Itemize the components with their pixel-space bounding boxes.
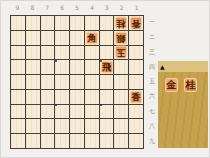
rank-label-3: 三 bbox=[147, 45, 157, 60]
board-cell-8六[interactable] bbox=[26, 90, 40, 104]
board-cell-2三[interactable]: 玉 bbox=[114, 46, 128, 60]
board-cell-5四[interactable] bbox=[70, 60, 84, 74]
board-cell-7三[interactable] bbox=[41, 46, 55, 60]
board-cell-1八[interactable] bbox=[129, 119, 143, 133]
board-cell-2六[interactable] bbox=[114, 90, 128, 104]
sente-turn-marker-icon: ▲ bbox=[160, 63, 165, 70]
hand-piece-2[interactable]: 桂 bbox=[184, 78, 197, 92]
hand-stand-top-band: ▲ bbox=[158, 61, 208, 72]
board-cell-2一[interactable]: 桂 bbox=[114, 16, 128, 30]
board-cell-3四[interactable]: 飛 bbox=[100, 60, 114, 74]
board-cell-1一[interactable]: 香 bbox=[129, 16, 143, 30]
file-label-4: 4 bbox=[84, 3, 99, 13]
board-cell-4八[interactable] bbox=[85, 119, 99, 133]
board-cell-9九[interactable] bbox=[11, 134, 25, 148]
board-cell-5二[interactable] bbox=[70, 31, 84, 45]
board-cell-9二[interactable] bbox=[11, 31, 25, 45]
board-cell-9六[interactable] bbox=[11, 90, 25, 104]
board-cell-9五[interactable] bbox=[11, 75, 25, 89]
file-label-6: 6 bbox=[55, 3, 70, 13]
board-cell-4三[interactable] bbox=[85, 46, 99, 60]
board-cell-1九[interactable] bbox=[129, 134, 143, 148]
board-cell-6五[interactable] bbox=[55, 75, 69, 89]
board-cell-1二[interactable] bbox=[129, 31, 143, 45]
board-cell-6四[interactable] bbox=[55, 60, 69, 74]
shogi-piece-gote[interactable]: 玉 bbox=[115, 46, 127, 59]
board-cell-7五[interactable] bbox=[41, 75, 55, 89]
board-cell-9四[interactable] bbox=[11, 60, 25, 74]
board-cell-7二[interactable] bbox=[41, 31, 55, 45]
board-cell-8二[interactable] bbox=[26, 31, 40, 45]
board-cell-9一[interactable] bbox=[11, 16, 25, 30]
board-cell-7七[interactable] bbox=[41, 105, 55, 119]
rank-labels: 一二三四五六七八九 bbox=[147, 15, 157, 149]
board-cell-4五[interactable] bbox=[85, 75, 99, 89]
board-cell-4四[interactable] bbox=[85, 60, 99, 74]
board-cell-7六[interactable] bbox=[41, 90, 55, 104]
hoshi-dot bbox=[55, 60, 57, 62]
file-label-7: 7 bbox=[40, 3, 55, 13]
board-cell-6九[interactable] bbox=[55, 134, 69, 148]
board-cell-6八[interactable] bbox=[55, 119, 69, 133]
board-cell-1四[interactable] bbox=[129, 60, 143, 74]
shogi-piece-sente[interactable]: 香 bbox=[130, 90, 142, 103]
board-cell-4一[interactable] bbox=[85, 16, 99, 30]
rank-label-4: 四 bbox=[147, 60, 157, 75]
board-cell-8八[interactable] bbox=[26, 119, 40, 133]
hoshi-dot bbox=[100, 60, 102, 62]
board-cell-3五[interactable] bbox=[100, 75, 114, 89]
board-cell-8四[interactable] bbox=[26, 60, 40, 74]
file-label-1: 1 bbox=[129, 3, 144, 13]
board-cell-6七[interactable] bbox=[55, 105, 69, 119]
board-cell-8五[interactable] bbox=[26, 75, 40, 89]
board-cell-9三[interactable] bbox=[11, 46, 25, 60]
board-cell-2九[interactable] bbox=[114, 134, 128, 148]
board-cell-2七[interactable] bbox=[114, 105, 128, 119]
rank-label-1: 一 bbox=[147, 15, 157, 30]
board-cell-4六[interactable] bbox=[85, 90, 99, 104]
board-cell-7九[interactable] bbox=[41, 134, 55, 148]
board-cell-7一[interactable] bbox=[41, 16, 55, 30]
rank-label-5: 五 bbox=[147, 75, 157, 90]
board-cell-8三[interactable] bbox=[26, 46, 40, 60]
file-labels: 987654321 bbox=[10, 3, 144, 13]
file-label-8: 8 bbox=[25, 3, 40, 13]
board-cell-6一[interactable] bbox=[55, 16, 69, 30]
board-cell-6三[interactable] bbox=[55, 46, 69, 60]
board-cell-4九[interactable] bbox=[85, 134, 99, 148]
board-cell-5五[interactable] bbox=[70, 75, 84, 89]
tsume-shogi-app: 987654321 桂香角銀玉飛香 一二三四五六七八九 ▲ 金桂 bbox=[0, 0, 210, 158]
hoshi-dot bbox=[55, 104, 57, 106]
board-cell-8九[interactable] bbox=[26, 134, 40, 148]
board-cell-3九[interactable] bbox=[100, 134, 114, 148]
file-label-5: 5 bbox=[70, 3, 85, 13]
board-cell-8一[interactable] bbox=[26, 16, 40, 30]
board-cell-2五[interactable] bbox=[114, 75, 128, 89]
rank-label-9: 九 bbox=[147, 134, 157, 149]
shogi-piece-gote[interactable]: 香 bbox=[130, 16, 142, 29]
board-cell-4二[interactable]: 角 bbox=[85, 31, 99, 45]
board-cell-7四[interactable] bbox=[41, 60, 55, 74]
board-cell-7八[interactable] bbox=[41, 119, 55, 133]
board-cell-1六[interactable]: 香 bbox=[129, 90, 143, 104]
board-cell-5八[interactable] bbox=[70, 119, 84, 133]
board-cell-3二[interactable] bbox=[100, 31, 114, 45]
board-cell-5一[interactable] bbox=[70, 16, 84, 30]
board-cell-6二[interactable] bbox=[55, 31, 69, 45]
board-cell-3六[interactable] bbox=[100, 90, 114, 104]
board-cell-2八[interactable] bbox=[114, 119, 128, 133]
board-cell-5九[interactable] bbox=[70, 134, 84, 148]
file-label-9: 9 bbox=[10, 3, 25, 13]
rank-label-2: 二 bbox=[147, 30, 157, 45]
shogi-piece-sente[interactable]: 角 bbox=[86, 31, 98, 44]
board-cell-3八[interactable] bbox=[100, 119, 114, 133]
board-cell-6六[interactable] bbox=[55, 90, 69, 104]
rank-label-6: 六 bbox=[147, 89, 157, 104]
board-cell-4七[interactable] bbox=[85, 105, 99, 119]
board-cell-1七[interactable] bbox=[129, 105, 143, 119]
sente-hand-stand: ▲ 金桂 bbox=[158, 61, 208, 148]
board-cell-8七[interactable] bbox=[26, 105, 40, 119]
hand-piece-1[interactable]: 金 bbox=[165, 78, 178, 92]
board-cell-9八[interactable] bbox=[11, 119, 25, 133]
shogi-piece-sente[interactable]: 飛 bbox=[101, 61, 113, 74]
rank-label-7: 七 bbox=[147, 104, 157, 119]
board-cell-5三[interactable] bbox=[70, 46, 84, 60]
board-cell-9七[interactable] bbox=[11, 105, 25, 119]
shogi-piece-gote[interactable]: 桂 bbox=[115, 16, 127, 29]
file-label-3: 3 bbox=[99, 3, 114, 13]
rank-label-8: 八 bbox=[147, 119, 157, 134]
board-cell-5七[interactable] bbox=[70, 105, 84, 119]
shogi-piece-gote[interactable]: 銀 bbox=[115, 31, 127, 44]
hoshi-dot bbox=[100, 104, 102, 106]
board-cell-2二[interactable]: 銀 bbox=[114, 31, 128, 45]
shogi-board: 桂香角銀玉飛香 bbox=[10, 15, 144, 149]
board-cell-1三[interactable] bbox=[129, 46, 143, 60]
board-cell-3七[interactable] bbox=[100, 105, 114, 119]
board-cell-3三[interactable] bbox=[100, 46, 114, 60]
board-cell-5六[interactable] bbox=[70, 90, 84, 104]
file-label-2: 2 bbox=[114, 3, 129, 13]
board-cell-1五[interactable] bbox=[129, 75, 143, 89]
board-cell-3一[interactable] bbox=[100, 16, 114, 30]
board-cell-2四[interactable] bbox=[114, 60, 128, 74]
